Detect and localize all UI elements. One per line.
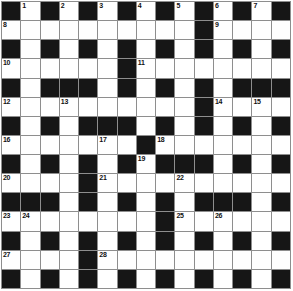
white-cell-r13-c11[interactable] [214,251,232,269]
clue-number: 6 [215,2,219,10]
white-cell-r12-c5[interactable] [98,232,116,250]
black-cell-r0-c0 [2,2,20,20]
white-cell-r0-c1[interactable]: 1 [21,2,39,20]
clue-number: 1 [22,2,26,10]
black-cell-r7-c7 [137,136,155,154]
black-cell-r6-c10 [195,117,213,135]
white-cell-r13-c10[interactable] [195,251,213,269]
white-cell-r13-c3[interactable] [60,251,78,269]
white-cell-r1-c2[interactable] [41,21,59,39]
white-cell-r9-c13[interactable] [252,174,270,192]
black-cell-r0-c14 [272,2,290,20]
white-cell-r6-c3[interactable] [60,117,78,135]
black-cell-r6-c6 [118,117,136,135]
white-cell-r5-c2[interactable] [41,98,59,116]
white-cell-r1-c3[interactable] [60,21,78,39]
black-cell-r6-c2 [41,117,59,135]
black-cell-r2-c0 [2,40,20,58]
white-cell-r13-c6[interactable] [118,251,136,269]
white-cell-r1-c6[interactable] [118,21,136,39]
white-cell-r1-c5[interactable] [98,21,116,39]
crossword-board: 1234567891011121314151617181920212223242… [1,1,291,289]
clue-number: 14 [215,98,222,106]
black-cell-r4-c13 [252,79,270,97]
white-cell-r5-c11[interactable]: 14 [214,98,232,116]
white-cell-r5-c9[interactable] [175,98,193,116]
white-cell-r5-c8[interactable] [156,98,174,116]
white-cell-r13-c12[interactable] [233,251,251,269]
clue-number: 8 [3,21,7,29]
black-cell-r13-c4 [79,251,97,269]
white-cell-r3-c1[interactable] [21,59,39,77]
black-cell-r6-c0 [2,117,20,135]
white-cell-r3-c8[interactable] [156,59,174,77]
black-cell-r8-c2 [41,155,59,173]
black-cell-r4-c3 [60,79,78,97]
crossword-grid: 1234567891011121314151617181920212223242… [1,1,291,289]
clue-number: 4 [138,2,142,10]
white-cell-r6-c9[interactable] [175,117,193,135]
black-cell-r10-c14 [272,193,290,211]
white-cell-r2-c3[interactable] [60,40,78,58]
black-cell-r12-c2 [41,232,59,250]
white-cell-r11-c2[interactable] [41,212,59,230]
black-cell-r8-c10 [195,155,213,173]
black-cell-r14-c6 [118,270,136,288]
white-cell-r5-c5[interactable] [98,98,116,116]
white-cell-r8-c5[interactable] [98,155,116,173]
white-cell-r11-c12[interactable] [233,212,251,230]
black-cell-r14-c2 [41,270,59,288]
white-cell-r9-c8[interactable] [156,174,174,192]
white-cell-r5-c0[interactable]: 12 [2,98,20,116]
white-cell-r11-c5[interactable] [98,212,116,230]
white-cell-r7-c2[interactable] [41,136,59,154]
black-cell-r6-c14 [272,117,290,135]
white-cell-r12-c7[interactable] [137,232,155,250]
black-cell-r10-c10 [195,193,213,211]
clue-number: 16 [3,136,10,144]
black-cell-r10-c1 [21,193,39,211]
white-cell-r12-c13[interactable] [252,232,270,250]
black-cell-r0-c12 [233,2,251,20]
black-cell-r0-c2 [41,2,59,20]
white-cell-r13-c1[interactable] [21,251,39,269]
white-cell-r9-c2[interactable] [41,174,59,192]
white-cell-r9-c1[interactable] [21,174,39,192]
clue-number: 12 [3,98,10,106]
white-cell-r12-c11[interactable] [214,232,232,250]
white-cell-r14-c9[interactable] [175,270,193,288]
black-cell-r12-c10 [195,232,213,250]
clue-number: 23 [3,212,10,220]
white-cell-r7-c12[interactable] [233,136,251,154]
white-cell-r11-c11[interactable]: 26 [214,212,232,230]
black-cell-r10-c8 [156,193,174,211]
black-cell-r3-c6 [118,59,136,77]
white-cell-r7-c14[interactable] [272,136,290,154]
white-cell-r14-c3[interactable] [60,270,78,288]
white-cell-r10-c7[interactable] [137,193,155,211]
white-cell-r12-c9[interactable] [175,232,193,250]
white-cell-r9-c10[interactable] [195,174,213,192]
black-cell-r2-c14 [272,40,290,58]
white-cell-r6-c1[interactable] [21,117,39,135]
black-cell-r4-c0 [2,79,20,97]
clue-number: 5 [176,2,180,10]
clue-number: 15 [253,98,260,106]
black-cell-r10-c2 [41,193,59,211]
white-cell-r3-c12[interactable] [233,59,251,77]
white-cell-r8-c13[interactable] [252,155,270,173]
white-cell-r8-c1[interactable] [21,155,39,173]
black-cell-r1-c10 [195,21,213,39]
white-cell-r10-c9[interactable] [175,193,193,211]
black-cell-r2-c12 [233,40,251,58]
white-cell-r0-c9[interactable]: 5 [175,2,193,20]
white-cell-r1-c11[interactable]: 9 [214,21,232,39]
white-cell-r2-c13[interactable] [252,40,270,58]
black-cell-r12-c0 [2,232,20,250]
clue-number: 13 [61,98,68,106]
clue-number: 2 [61,2,65,10]
black-cell-r12-c12 [233,232,251,250]
white-cell-r13-c13[interactable] [252,251,270,269]
white-cell-r3-c11[interactable] [214,59,232,77]
white-cell-r9-c14[interactable] [272,174,290,192]
black-cell-r8-c0 [2,155,20,173]
white-cell-r1-c14[interactable] [272,21,290,39]
black-cell-r12-c6 [118,232,136,250]
clue-number: 20 [3,174,10,182]
white-cell-r14-c7[interactable] [137,270,155,288]
black-cell-r10-c12 [233,193,251,211]
white-cell-r11-c7[interactable] [137,212,155,230]
clue-number: 27 [3,251,10,259]
black-cell-r14-c8 [156,270,174,288]
clue-number: 18 [157,136,164,144]
white-cell-r5-c13[interactable]: 15 [252,98,270,116]
white-cell-r7-c13[interactable] [252,136,270,154]
black-cell-r11-c8 [156,212,174,230]
black-cell-r12-c8 [156,232,174,250]
white-cell-r11-c0[interactable]: 23 [2,212,20,230]
black-cell-r5-c10 [195,98,213,116]
white-cell-r1-c7[interactable] [137,21,155,39]
white-cell-r10-c13[interactable] [252,193,270,211]
white-cell-r3-c5[interactable] [98,59,116,77]
black-cell-r8-c8 [156,155,174,173]
white-cell-r14-c1[interactable] [21,270,39,288]
black-cell-r2-c8 [156,40,174,58]
white-cell-r3-c2[interactable] [41,59,59,77]
white-cell-r10-c3[interactable] [60,193,78,211]
white-cell-r10-c5[interactable] [98,193,116,211]
clue-number: 26 [215,212,222,220]
black-cell-r4-c10 [195,79,213,97]
white-cell-r7-c1[interactable] [21,136,39,154]
white-cell-r0-c7[interactable]: 4 [137,2,155,20]
black-cell-r14-c0 [2,270,20,288]
white-cell-r9-c7[interactable] [137,174,155,192]
black-cell-r8-c6 [118,155,136,173]
black-cell-r14-c4 [79,270,97,288]
white-cell-r11-c1[interactable]: 24 [21,212,39,230]
white-cell-r3-c7[interactable]: 11 [137,59,155,77]
black-cell-r8-c9 [175,155,193,173]
black-cell-r2-c10 [195,40,213,58]
black-cell-r4-c2 [41,79,59,97]
clue-number: 11 [138,59,145,67]
white-cell-r2-c7[interactable] [137,40,155,58]
white-cell-r13-c9[interactable] [175,251,193,269]
black-cell-r6-c8 [156,117,174,135]
white-cell-r3-c14[interactable] [272,59,290,77]
black-cell-r6-c4 [79,117,97,135]
black-cell-r14-c10 [195,270,213,288]
black-cell-r6-c12 [233,117,251,135]
black-cell-r14-c12 [233,270,251,288]
white-cell-r12-c3[interactable] [60,232,78,250]
white-cell-r7-c4[interactable] [79,136,97,154]
black-cell-r2-c2 [41,40,59,58]
white-cell-r13-c14[interactable] [272,251,290,269]
white-cell-r7-c11[interactable] [214,136,232,154]
white-cell-r2-c9[interactable] [175,40,193,58]
white-cell-r14-c13[interactable] [252,270,270,288]
white-cell-r8-c11[interactable] [214,155,232,173]
white-cell-r11-c13[interactable] [252,212,270,230]
black-cell-r4-c14 [272,79,290,97]
white-cell-r4-c1[interactable] [21,79,39,97]
white-cell-r11-c4[interactable] [79,212,97,230]
white-cell-r5-c7[interactable] [137,98,155,116]
black-cell-r12-c14 [272,232,290,250]
white-cell-r0-c3[interactable]: 2 [60,2,78,20]
white-cell-r0-c5[interactable]: 3 [98,2,116,20]
clue-number: 19 [138,155,145,163]
black-cell-r6-c5 [98,117,116,135]
white-cell-r9-c6[interactable] [118,174,136,192]
white-cell-r1-c12[interactable] [233,21,251,39]
white-cell-r5-c12[interactable] [233,98,251,116]
black-cell-r2-c4 [79,40,97,58]
clue-number: 7 [253,2,257,10]
black-cell-r4-c8 [156,79,174,97]
white-cell-r5-c3[interactable]: 13 [60,98,78,116]
white-cell-r3-c3[interactable] [60,59,78,77]
white-cell-r2-c5[interactable] [98,40,116,58]
white-cell-r0-c11[interactable]: 6 [214,2,232,20]
white-cell-r7-c6[interactable] [118,136,136,154]
black-cell-r0-c4 [79,2,97,20]
white-cell-r13-c0[interactable]: 27 [2,251,20,269]
black-cell-r10-c4 [79,193,97,211]
clue-number: 3 [99,2,103,10]
white-cell-r9-c11[interactable] [214,174,232,192]
white-cell-r11-c3[interactable] [60,212,78,230]
white-cell-r1-c13[interactable] [252,21,270,39]
clue-number: 9 [215,21,219,29]
white-cell-r0-c13[interactable]: 7 [252,2,270,20]
white-cell-r6-c11[interactable] [214,117,232,135]
white-cell-r14-c11[interactable] [214,270,232,288]
white-cell-r1-c8[interactable] [156,21,174,39]
clue-number: 28 [99,251,106,259]
black-cell-r4-c12 [233,79,251,97]
white-cell-r6-c7[interactable] [137,117,155,135]
white-cell-r7-c3[interactable] [60,136,78,154]
black-cell-r10-c11 [214,193,232,211]
white-cell-r9-c5[interactable]: 21 [98,174,116,192]
white-cell-r4-c5[interactable] [98,79,116,97]
white-cell-r13-c2[interactable] [41,251,59,269]
black-cell-r0-c10 [195,2,213,20]
white-cell-r2-c11[interactable] [214,40,232,58]
white-cell-r9-c12[interactable] [233,174,251,192]
white-cell-r5-c6[interactable] [118,98,136,116]
white-cell-r4-c9[interactable] [175,79,193,97]
white-cell-r13-c7[interactable] [137,251,155,269]
white-cell-r9-c9[interactable]: 22 [175,174,193,192]
white-cell-r7-c10[interactable] [195,136,213,154]
black-cell-r2-c6 [118,40,136,58]
black-cell-r10-c0 [2,193,20,211]
white-cell-r6-c13[interactable] [252,117,270,135]
black-cell-r10-c6 [118,193,136,211]
white-cell-r4-c11[interactable] [214,79,232,97]
white-cell-r7-c5[interactable]: 17 [98,136,116,154]
clue-number: 21 [99,174,106,182]
white-cell-r7-c8[interactable]: 18 [156,136,174,154]
black-cell-r12-c4 [79,232,97,250]
white-cell-r11-c10[interactable] [195,212,213,230]
clue-number: 10 [3,59,10,67]
white-cell-r7-c0[interactable]: 16 [2,136,20,154]
white-cell-r11-c14[interactable] [272,212,290,230]
white-cell-r4-c7[interactable] [137,79,155,97]
black-cell-r8-c14 [272,155,290,173]
white-cell-r3-c13[interactable] [252,59,270,77]
white-cell-r9-c0[interactable]: 20 [2,174,20,192]
white-cell-r2-c1[interactable] [21,40,39,58]
white-cell-r3-c4[interactable] [79,59,97,77]
white-cell-r3-c10[interactable] [195,59,213,77]
black-cell-r9-c4 [79,174,97,192]
white-cell-r9-c3[interactable] [60,174,78,192]
white-cell-r14-c5[interactable] [98,270,116,288]
black-cell-r4-c6 [118,79,136,97]
black-cell-r0-c8 [156,2,174,20]
white-cell-r1-c4[interactable] [79,21,97,39]
white-cell-r1-c1[interactable] [21,21,39,39]
white-cell-r3-c9[interactable] [175,59,193,77]
black-cell-r0-c6 [118,2,136,20]
black-cell-r8-c4 [79,155,97,173]
white-cell-r3-c0[interactable]: 10 [2,59,20,77]
white-cell-r11-c6[interactable] [118,212,136,230]
white-cell-r8-c3[interactable] [60,155,78,173]
black-cell-r8-c12 [233,155,251,173]
white-cell-r1-c9[interactable] [175,21,193,39]
white-cell-r5-c1[interactable] [21,98,39,116]
white-cell-r12-c1[interactable] [21,232,39,250]
clue-number: 17 [99,136,106,144]
white-cell-r13-c5[interactable]: 28 [98,251,116,269]
clue-number: 25 [176,212,183,220]
black-cell-r14-c14 [272,270,290,288]
white-cell-r7-c9[interactable] [175,136,193,154]
white-cell-r11-c9[interactable]: 25 [175,212,193,230]
clue-number: 24 [22,212,29,220]
white-cell-r8-c7[interactable]: 19 [137,155,155,173]
white-cell-r5-c4[interactable] [79,98,97,116]
white-cell-r1-c0[interactable]: 8 [2,21,20,39]
clue-number: 22 [176,174,183,182]
black-cell-r4-c4 [79,79,97,97]
white-cell-r13-c8[interactable] [156,251,174,269]
white-cell-r5-c14[interactable] [272,98,290,116]
